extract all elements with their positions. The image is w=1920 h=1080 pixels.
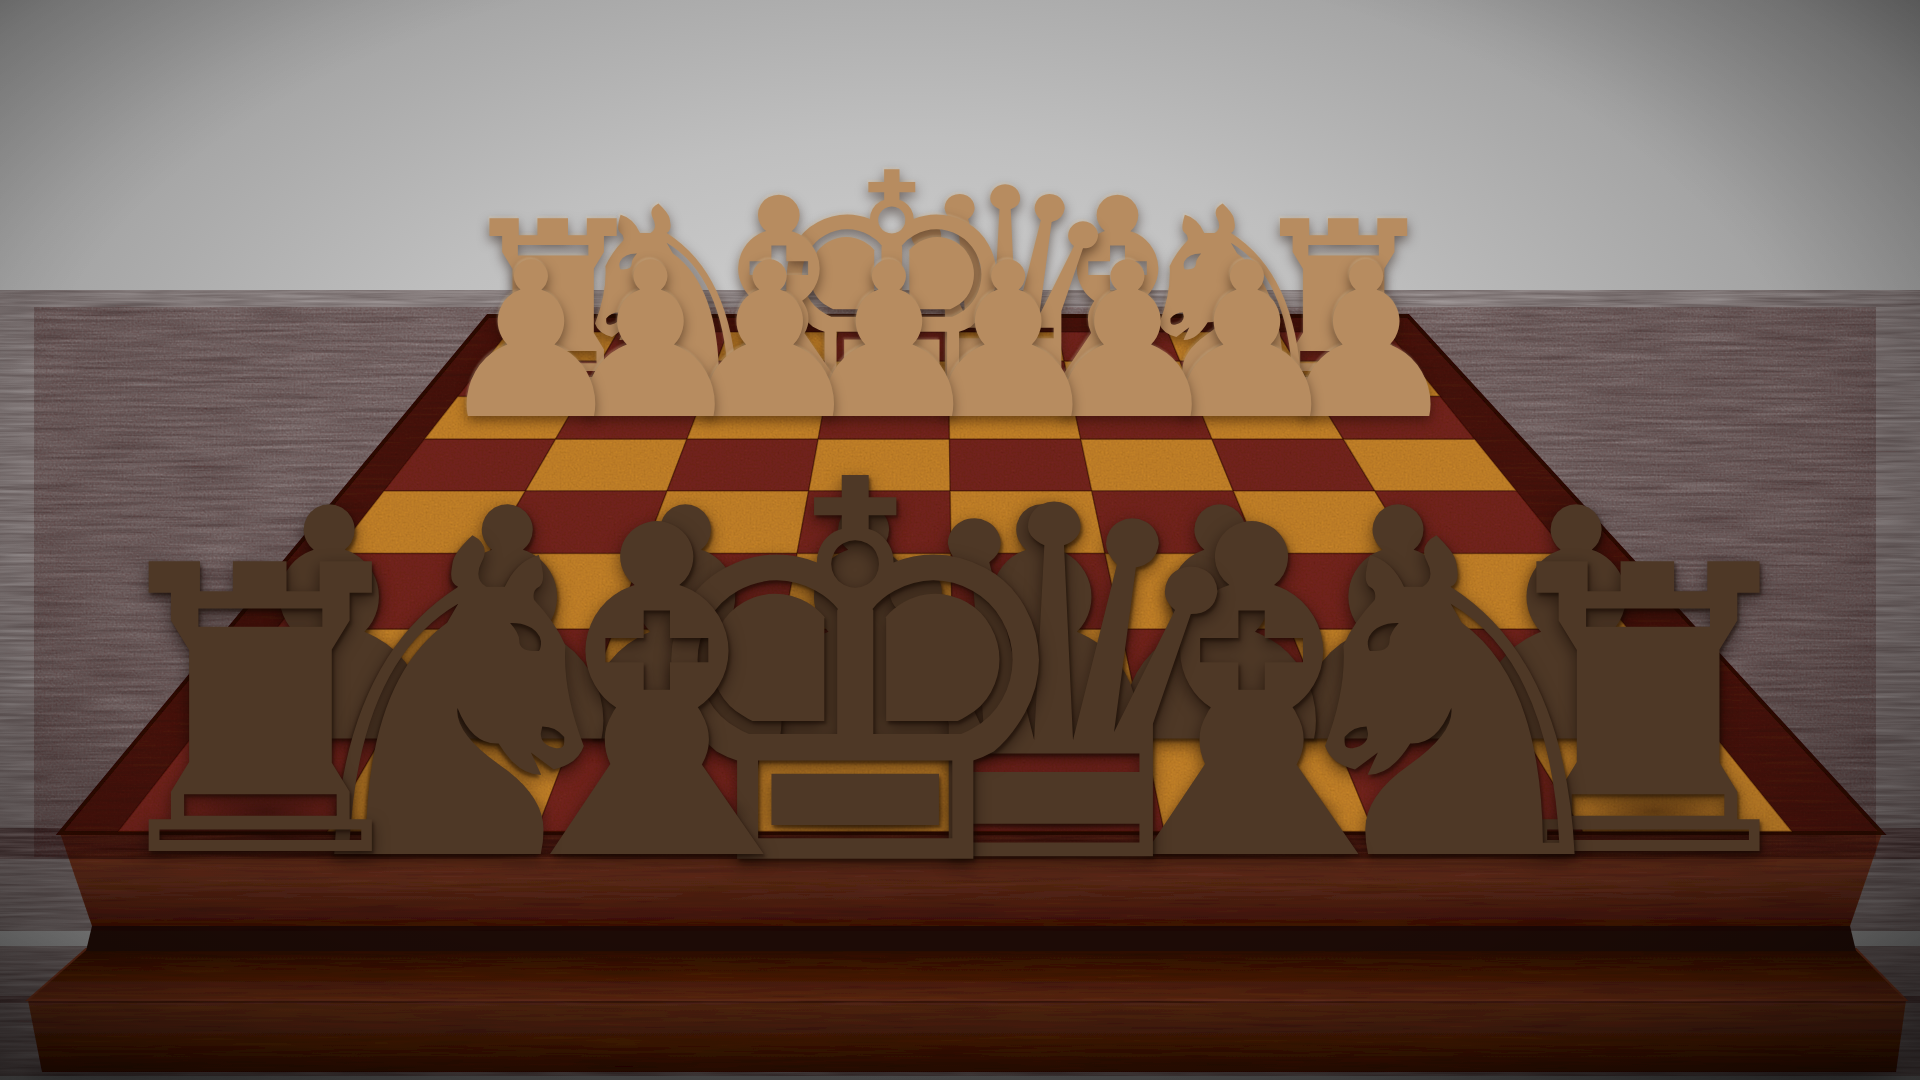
piece-white-pawn-h2[interactable]: ♟ [435, 235, 628, 450]
piece-black-rook-h8[interactable]: ♜ [83, 516, 438, 912]
pieces-layer: ♜♞♝♛♚♝♞♜♟♟♟♟♟♟♟♟♟♟♟♟♟♟♟♟♜♞♝♛♚♝♞♜ [0, 0, 1920, 1080]
